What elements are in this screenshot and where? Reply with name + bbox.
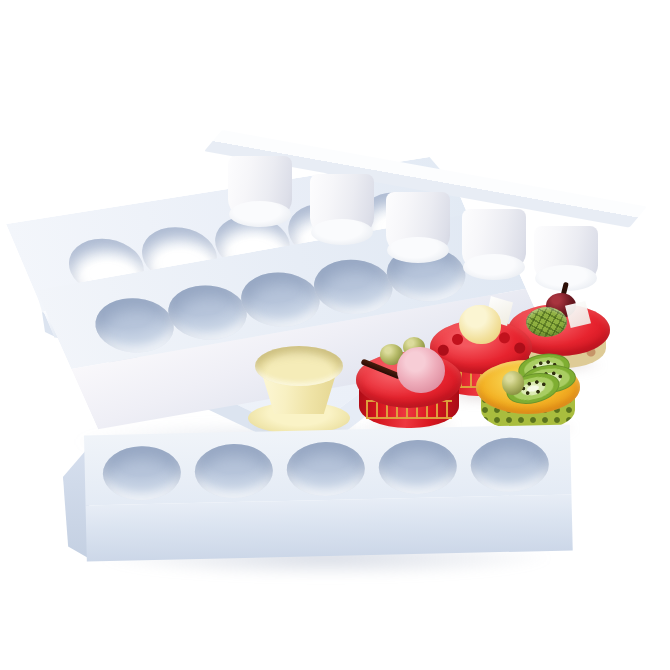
green-grape: [502, 371, 524, 395]
cylindrical-plug: [228, 156, 292, 222]
loose-strip-front-face: [86, 494, 573, 561]
product-photo-scene: [0, 0, 670, 670]
pink-mousse-scoop: [397, 347, 445, 393]
ring-opening: [255, 346, 343, 386]
cylindrical-plug: [534, 226, 598, 286]
red-cake-pink-scoop: [356, 334, 462, 432]
cylindrical-plug: [386, 192, 450, 258]
lime-slice: [526, 307, 567, 337]
kiwi-mango-cake: [476, 354, 580, 432]
loose-cavity-strip: [62, 424, 573, 567]
cylindrical-plug: [462, 209, 526, 275]
cream-ring-shell: [246, 346, 354, 434]
cream-dome: [459, 305, 501, 344]
cylindrical-plug: [310, 174, 374, 240]
